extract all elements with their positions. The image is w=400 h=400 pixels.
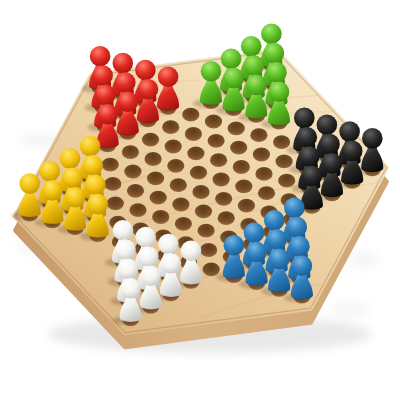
board-hole[interactable] [170, 178, 187, 192]
board-hole[interactable] [124, 165, 141, 179]
board-hole[interactable] [104, 177, 121, 191]
board-hole[interactable] [195, 204, 212, 218]
board-hole[interactable] [172, 198, 189, 212]
board-hole[interactable] [182, 108, 199, 122]
board-hole[interactable] [215, 192, 232, 206]
product-photo-stage [0, 0, 400, 400]
board-hole[interactable] [233, 160, 250, 174]
board-hole[interactable] [198, 224, 215, 238]
board-hole[interactable] [258, 186, 275, 200]
board-hole[interactable] [230, 141, 247, 155]
board-hole[interactable] [129, 203, 146, 217]
board-hole[interactable] [238, 199, 255, 213]
board-hole[interactable] [190, 166, 207, 180]
board-hole[interactable] [142, 133, 159, 147]
board-hole[interactable] [253, 148, 270, 162]
board-hole[interactable] [205, 115, 222, 129]
board-hole[interactable] [167, 159, 184, 173]
board-hole[interactable] [127, 184, 144, 198]
board-photo-svg [0, 0, 400, 400]
board-hole[interactable] [185, 127, 202, 141]
board-hole[interactable] [200, 243, 217, 257]
board-hole[interactable] [150, 191, 167, 205]
board-hole[interactable] [218, 211, 235, 225]
board-hole[interactable] [145, 152, 162, 166]
chinese-checkers-board-scene [0, 0, 400, 400]
board-hole[interactable] [273, 135, 290, 149]
board-hole[interactable] [255, 167, 272, 181]
board-hole[interactable] [250, 128, 267, 142]
board-hole[interactable] [102, 158, 119, 172]
board-hole[interactable] [213, 173, 230, 187]
board-hole[interactable] [203, 262, 220, 276]
board-hole[interactable] [175, 217, 192, 231]
board-hole[interactable] [210, 153, 227, 167]
board-hole[interactable] [187, 146, 204, 160]
board-hole[interactable] [152, 210, 169, 224]
board-hole[interactable] [278, 174, 295, 188]
board-hole[interactable] [107, 196, 124, 210]
board-hole[interactable] [147, 171, 164, 185]
board-hole[interactable] [276, 155, 293, 169]
board-hole[interactable] [235, 180, 252, 194]
board-hole[interactable] [192, 185, 209, 199]
board-hole[interactable] [162, 120, 179, 134]
board-hole[interactable] [165, 140, 182, 154]
board-hole[interactable] [122, 145, 139, 159]
board-hole[interactable] [228, 121, 245, 135]
board-hole[interactable] [208, 134, 225, 148]
